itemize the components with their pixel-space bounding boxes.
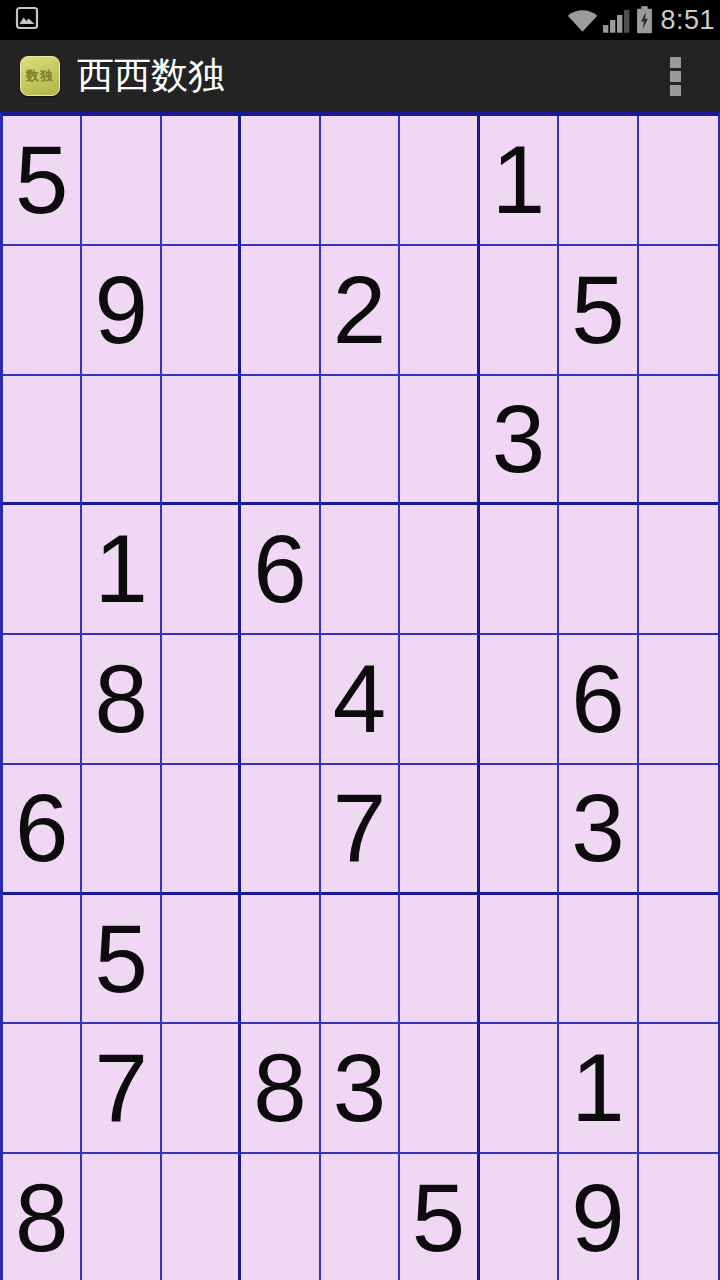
sudoku-cell-r3c4[interactable] xyxy=(241,376,320,506)
sudoku-cell-r6c5[interactable]: 7 xyxy=(321,765,400,895)
sudoku-cell-r3c8[interactable] xyxy=(559,376,638,506)
sudoku-cell-r5c2[interactable]: 8 xyxy=(82,635,161,765)
sudoku-cell-r2c3[interactable] xyxy=(162,246,241,376)
sudoku-cell-r5c9[interactable] xyxy=(639,635,718,765)
app-icon[interactable]: 数独 xyxy=(20,56,60,96)
status-bar-right: 8:51 xyxy=(567,5,717,36)
sudoku-cell-r4c1[interactable] xyxy=(3,505,82,635)
sudoku-cell-r3c2[interactable] xyxy=(82,376,161,506)
sudoku-cell-r8c1[interactable] xyxy=(3,1024,82,1154)
sudoku-cell-r4c9[interactable] xyxy=(639,505,718,635)
sudoku-cell-r5c8[interactable]: 6 xyxy=(559,635,638,765)
sudoku-cell-r3c9[interactable] xyxy=(639,376,718,506)
sudoku-cell-r4c4[interactable]: 6 xyxy=(241,505,320,635)
status-time: 8:51 xyxy=(658,5,717,36)
sudoku-cell-r5c3[interactable] xyxy=(162,635,241,765)
sudoku-cell-r4c6[interactable] xyxy=(400,505,479,635)
sudoku-cell-r9c3[interactable] xyxy=(162,1154,241,1280)
sudoku-cell-r4c5[interactable] xyxy=(321,505,400,635)
sudoku-cell-r6c2[interactable] xyxy=(82,765,161,895)
sudoku-cell-r5c1[interactable] xyxy=(3,635,82,765)
sudoku-board: 5192531684667357831859 xyxy=(0,112,720,1280)
sudoku-cell-r8c4[interactable]: 8 xyxy=(241,1024,320,1154)
overflow-dot-icon xyxy=(670,85,681,96)
sudoku-cell-r6c4[interactable] xyxy=(241,765,320,895)
sudoku-cell-r2c9[interactable] xyxy=(639,246,718,376)
sudoku-cell-r7c6[interactable] xyxy=(400,895,479,1025)
sudoku-cell-r8c5[interactable]: 3 xyxy=(321,1024,400,1154)
app-icon-label: 数独 xyxy=(26,67,54,85)
sudoku-cell-r8c9[interactable] xyxy=(639,1024,718,1154)
sudoku-cell-r2c8[interactable]: 5 xyxy=(559,246,638,376)
status-bar: 8:51 xyxy=(0,0,720,40)
overflow-dot-icon xyxy=(670,57,681,68)
sudoku-cell-r9c5[interactable] xyxy=(321,1154,400,1280)
sudoku-cell-r1c8[interactable] xyxy=(559,116,638,246)
sudoku-cell-r5c6[interactable] xyxy=(400,635,479,765)
sudoku-cell-r1c3[interactable] xyxy=(162,116,241,246)
sudoku-cell-r7c5[interactable] xyxy=(321,895,400,1025)
overflow-menu-button[interactable] xyxy=(660,40,690,112)
sudoku-cell-r9c4[interactable] xyxy=(241,1154,320,1280)
sudoku-cell-r5c5[interactable]: 4 xyxy=(321,635,400,765)
sudoku-cell-r8c7[interactable] xyxy=(480,1024,559,1154)
sudoku-cell-r5c4[interactable] xyxy=(241,635,320,765)
sudoku-cell-r6c9[interactable] xyxy=(639,765,718,895)
sudoku-cell-r8c6[interactable] xyxy=(400,1024,479,1154)
sudoku-cell-r2c2[interactable]: 9 xyxy=(82,246,161,376)
sudoku-cell-r4c2[interactable]: 1 xyxy=(82,505,161,635)
sudoku-cell-r7c8[interactable] xyxy=(559,895,638,1025)
sudoku-cell-r8c3[interactable] xyxy=(162,1024,241,1154)
app-title: 西西数独 xyxy=(77,51,225,101)
sudoku-cell-r1c9[interactable] xyxy=(639,116,718,246)
sudoku-cell-r6c3[interactable] xyxy=(162,765,241,895)
sudoku-cell-r3c6[interactable] xyxy=(400,376,479,506)
sudoku-cell-r8c2[interactable]: 7 xyxy=(82,1024,161,1154)
sudoku-cell-r9c7[interactable] xyxy=(480,1154,559,1280)
sudoku-cell-r9c1[interactable]: 8 xyxy=(3,1154,82,1280)
wifi-icon xyxy=(567,7,598,33)
sudoku-cell-r4c8[interactable] xyxy=(559,505,638,635)
sudoku-cell-r4c3[interactable] xyxy=(162,505,241,635)
sudoku-cell-r2c5[interactable]: 2 xyxy=(321,246,400,376)
sudoku-cell-r2c7[interactable] xyxy=(480,246,559,376)
sudoku-cell-r7c9[interactable] xyxy=(639,895,718,1025)
sudoku-cell-r4c7[interactable] xyxy=(480,505,559,635)
sudoku-cell-r7c3[interactable] xyxy=(162,895,241,1025)
sudoku-cell-r6c1[interactable]: 6 xyxy=(3,765,82,895)
sudoku-cell-r1c6[interactable] xyxy=(400,116,479,246)
sudoku-cell-r7c4[interactable] xyxy=(241,895,320,1025)
status-bar-left xyxy=(15,6,39,34)
sudoku-cell-r9c6[interactable]: 5 xyxy=(400,1154,479,1280)
sudoku-cell-r7c2[interactable]: 5 xyxy=(82,895,161,1025)
sudoku-cell-r3c1[interactable] xyxy=(3,376,82,506)
battery-charging-icon xyxy=(636,6,653,34)
sudoku-cell-r2c6[interactable] xyxy=(400,246,479,376)
sudoku-cell-r9c9[interactable] xyxy=(639,1154,718,1280)
sudoku-cell-r3c7[interactable]: 3 xyxy=(480,376,559,506)
sudoku-cell-r1c7[interactable]: 1 xyxy=(480,116,559,246)
sudoku-cell-r1c1[interactable]: 5 xyxy=(3,116,82,246)
sudoku-cell-r3c5[interactable] xyxy=(321,376,400,506)
sudoku-cell-r7c1[interactable] xyxy=(3,895,82,1025)
sudoku-cell-r1c2[interactable] xyxy=(82,116,161,246)
sudoku-cell-r6c7[interactable] xyxy=(480,765,559,895)
sudoku-cell-r6c8[interactable]: 3 xyxy=(559,765,638,895)
sudoku-cell-r2c4[interactable] xyxy=(241,246,320,376)
sudoku-cell-r7c7[interactable] xyxy=(480,895,559,1025)
sudoku-cell-r9c8[interactable]: 9 xyxy=(559,1154,638,1280)
screenshot-notification-icon xyxy=(15,6,39,30)
cell-signal-icon xyxy=(603,7,631,33)
sudoku-cell-r3c3[interactable] xyxy=(162,376,241,506)
sudoku-cell-r6c6[interactable] xyxy=(400,765,479,895)
sudoku-cell-r5c7[interactable] xyxy=(480,635,559,765)
overflow-dot-icon xyxy=(670,71,681,82)
sudoku-cell-r1c5[interactable] xyxy=(321,116,400,246)
sudoku-cell-r1c4[interactable] xyxy=(241,116,320,246)
sudoku-cell-r2c1[interactable] xyxy=(3,246,82,376)
sudoku-cell-r8c8[interactable]: 1 xyxy=(559,1024,638,1154)
sudoku-cell-r9c2[interactable] xyxy=(82,1154,161,1280)
app-bar: 数独 西西数独 xyxy=(0,40,720,112)
